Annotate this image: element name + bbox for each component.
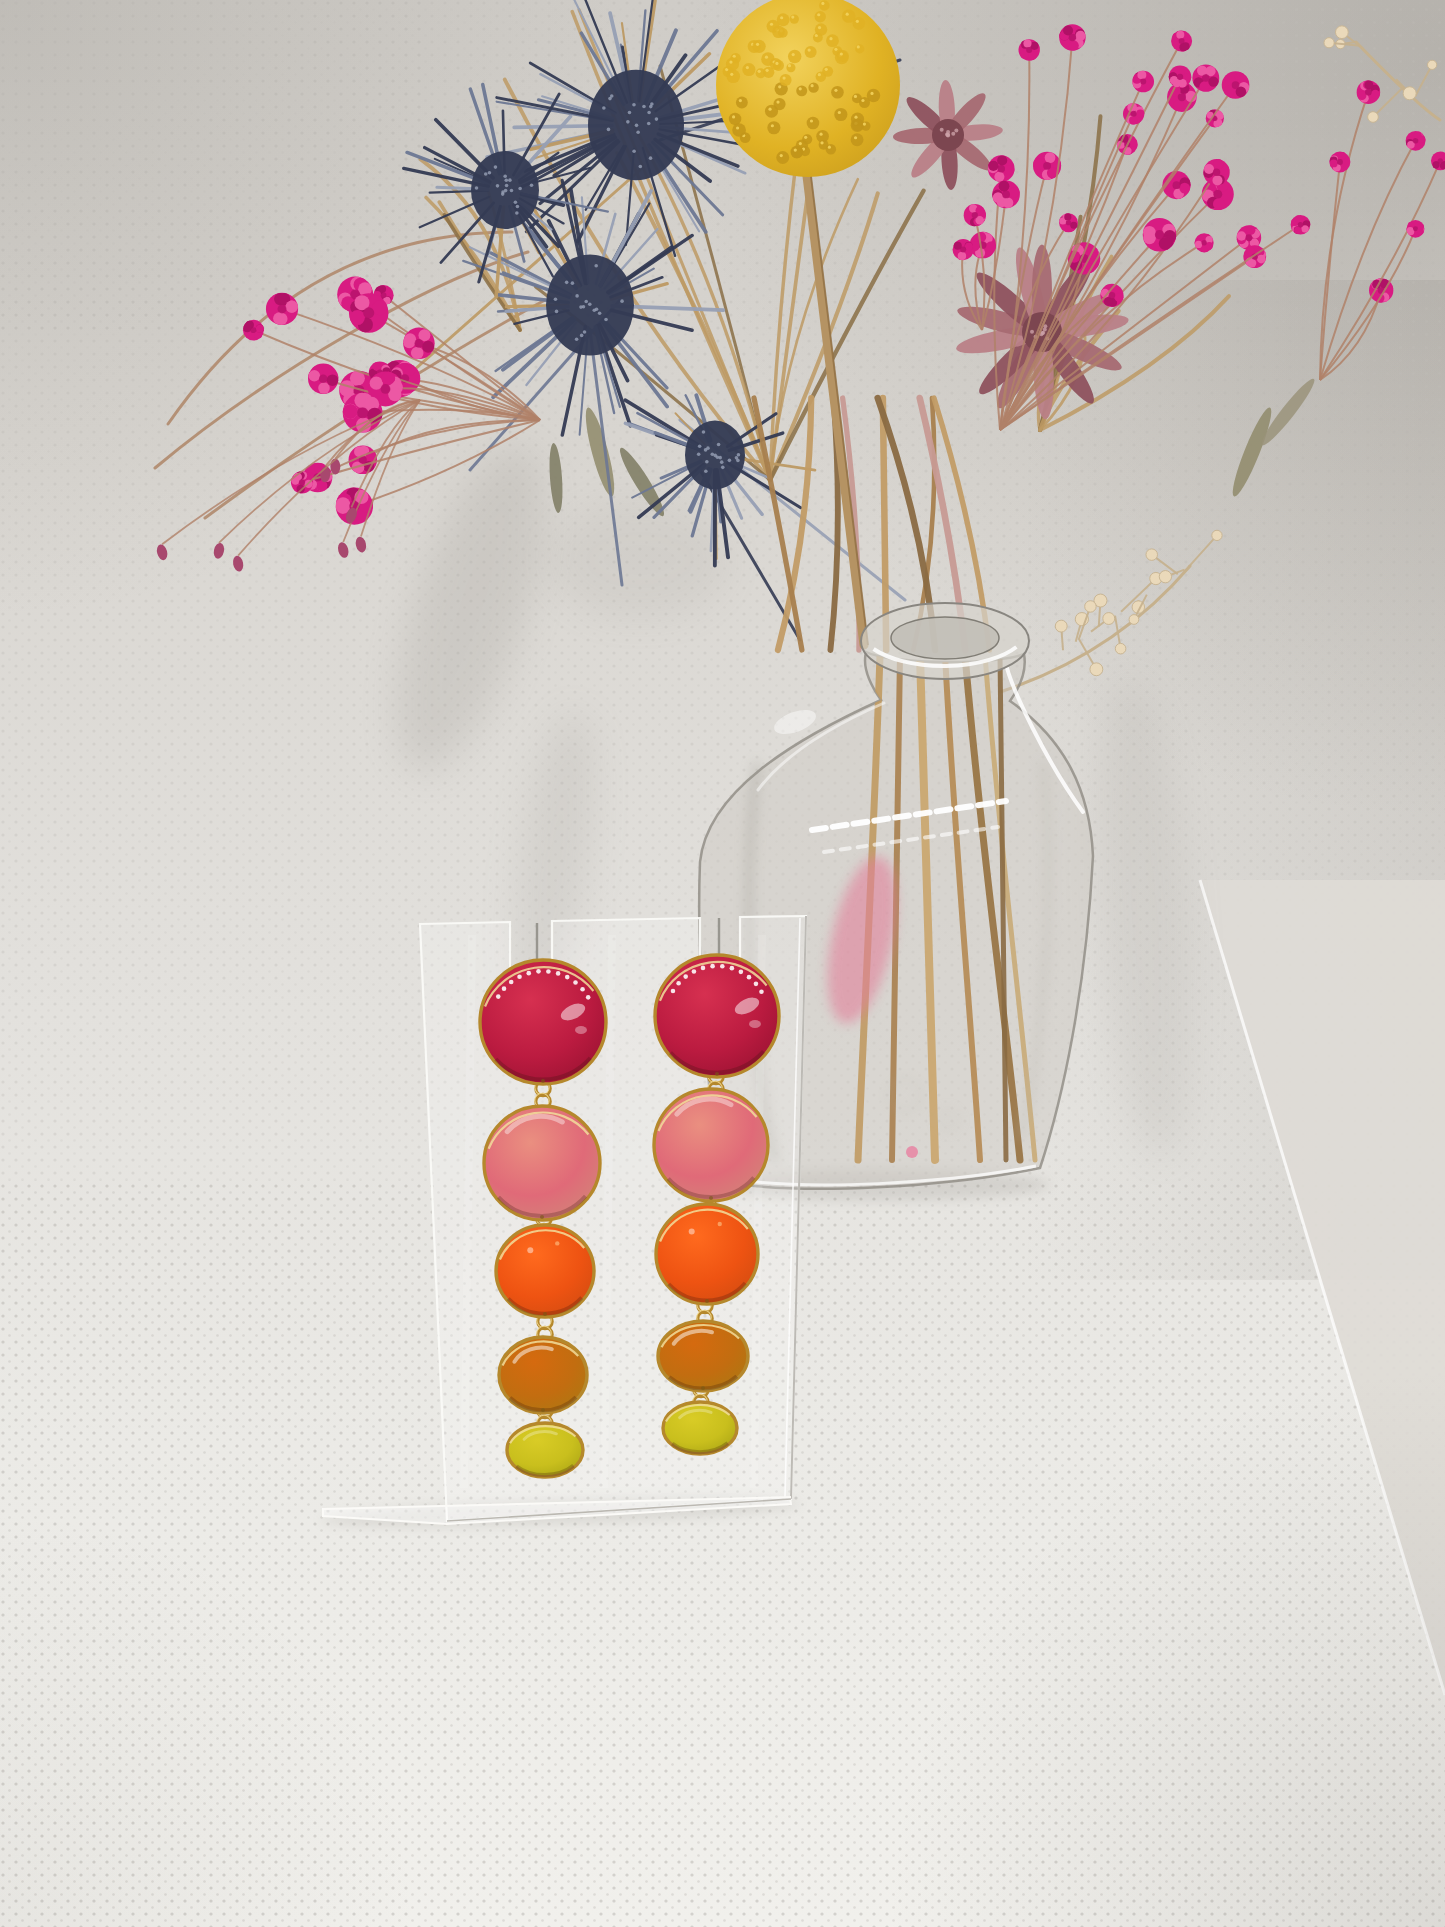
thistle-speckle bbox=[584, 300, 588, 304]
enamel-disc-chartreuse-yellow bbox=[507, 1423, 583, 1477]
gloss-dot bbox=[565, 975, 570, 980]
craspedia-floret-highlight bbox=[733, 55, 736, 58]
thistle-speckle bbox=[515, 211, 519, 215]
enamel-disc-chartreuse-yellow bbox=[663, 1402, 737, 1454]
gypsophila-center bbox=[1155, 230, 1164, 239]
thistle-speckle bbox=[504, 179, 508, 183]
gypsophila-floret bbox=[1033, 159, 1044, 170]
link-hole bbox=[705, 1299, 709, 1303]
craspedia-floret bbox=[773, 60, 784, 71]
craspedia-floret bbox=[752, 40, 765, 53]
craspedia-floret bbox=[807, 117, 820, 130]
thistle-speckle bbox=[642, 105, 646, 109]
craspedia-floret bbox=[815, 23, 827, 35]
craspedia-floret bbox=[851, 133, 864, 146]
thistle-speckle bbox=[721, 466, 725, 470]
thistle-speckle bbox=[530, 183, 534, 187]
gypsophila-center bbox=[357, 407, 368, 418]
gypsophila-center bbox=[1337, 159, 1343, 165]
thistle-speckle bbox=[508, 178, 512, 182]
gypsophila-floret bbox=[1418, 135, 1426, 143]
thistle-speckle bbox=[555, 310, 559, 314]
link-hole bbox=[541, 1079, 545, 1083]
limonium-bud bbox=[1146, 549, 1158, 561]
craspedia-floret-highlight bbox=[817, 13, 820, 16]
limonium-bud bbox=[1403, 87, 1416, 100]
gypsophila-center bbox=[1179, 38, 1185, 44]
craspedia-floret bbox=[773, 98, 785, 110]
thistle-speckle bbox=[575, 337, 579, 341]
gypsophila-floret bbox=[958, 252, 966, 260]
gypsophila-floret bbox=[1136, 109, 1144, 117]
gypsophila-floret bbox=[1004, 165, 1014, 175]
craspedia-floret bbox=[831, 86, 844, 99]
craspedia-floret bbox=[727, 70, 740, 83]
gypsophila-center bbox=[960, 247, 966, 253]
gypsophila-floret bbox=[1217, 113, 1224, 120]
craspedia-floret-highlight bbox=[834, 48, 837, 51]
mauve-speckle bbox=[1043, 327, 1047, 331]
gypsophila-center bbox=[1109, 292, 1115, 298]
thistle-speckle bbox=[516, 205, 520, 209]
craspedia-floret bbox=[786, 63, 795, 72]
craspedia-floret-highlight bbox=[856, 20, 859, 23]
thistle-speckle bbox=[580, 334, 584, 338]
gloss-dot bbox=[580, 987, 585, 992]
link-hole bbox=[543, 1312, 547, 1316]
gypsophila-center bbox=[972, 212, 978, 218]
craspedia-floret bbox=[788, 50, 801, 63]
craspedia-floret-highlight bbox=[791, 16, 794, 19]
craspedia-floret-highlight bbox=[765, 56, 768, 59]
thistle-speckle bbox=[604, 318, 608, 322]
thistle-speckle bbox=[697, 452, 701, 456]
gypsophila-floret bbox=[322, 365, 334, 377]
craspedia-floret-highlight bbox=[756, 43, 759, 46]
craspedia-floret-highlight bbox=[808, 48, 811, 51]
gloss-dot bbox=[573, 980, 578, 985]
gypsophila-floret bbox=[350, 310, 365, 325]
craspedia-floret-highlight bbox=[778, 85, 781, 88]
craspedia-floret-highlight bbox=[825, 68, 828, 71]
thistle-speckle bbox=[718, 456, 722, 460]
gypsophila-center bbox=[1201, 240, 1206, 245]
craspedia-floret-highlight bbox=[758, 70, 761, 73]
craspedia-floret-highlight bbox=[739, 99, 742, 102]
thistle-speckle bbox=[717, 443, 721, 447]
craspedia-floret-highlight bbox=[729, 61, 732, 64]
gloss-dot bbox=[759, 989, 764, 994]
mauve-speckle bbox=[954, 129, 958, 133]
gypsophila-center bbox=[251, 327, 257, 333]
gloss-dot bbox=[526, 971, 531, 976]
craspedia-floret-highlight bbox=[854, 95, 857, 98]
gloss-dot bbox=[730, 966, 735, 971]
craspedia-floret bbox=[776, 151, 789, 164]
gypsophila-center bbox=[415, 339, 424, 348]
gypsophila-floret bbox=[994, 172, 1004, 182]
enamel-disc-bright-orange bbox=[496, 1225, 594, 1317]
gypsophila-center bbox=[1202, 74, 1210, 82]
disc-body bbox=[655, 955, 779, 1077]
gypsophila-center bbox=[1438, 158, 1443, 163]
disc-body bbox=[480, 960, 606, 1084]
gypsophila-center bbox=[1213, 169, 1220, 176]
gypsophila-floret bbox=[411, 347, 423, 359]
thistle-speckle bbox=[602, 106, 606, 110]
limonium-bud bbox=[1335, 26, 1348, 39]
gypsophila-floret bbox=[1338, 152, 1346, 160]
gypsophila-floret bbox=[1173, 100, 1184, 111]
craspedia-floret-highlight bbox=[780, 154, 783, 157]
thistle-speckle bbox=[649, 156, 653, 160]
thistle-speckle bbox=[595, 307, 599, 311]
craspedia-floret bbox=[851, 113, 864, 126]
gypsophila-floret bbox=[422, 341, 434, 353]
gypsophila-center bbox=[1002, 191, 1010, 199]
pink-petal-bit bbox=[906, 1146, 918, 1158]
thistle-speckle bbox=[514, 200, 518, 204]
disc-body bbox=[484, 1106, 600, 1220]
gypsophila-center bbox=[1173, 181, 1181, 189]
thistle-speckle bbox=[496, 184, 500, 188]
gypsophila-floret bbox=[976, 232, 986, 242]
gloss-dot bbox=[718, 1222, 722, 1226]
gypsophila-floret bbox=[965, 242, 973, 250]
thistle-speckle bbox=[632, 149, 636, 153]
gypsophila-floret bbox=[404, 333, 416, 345]
mauve-speckle bbox=[940, 128, 944, 132]
craspedia-floret-highlight bbox=[821, 2, 824, 5]
craspedia-floret-highlight bbox=[799, 87, 802, 90]
gypsophila-floret bbox=[275, 313, 287, 325]
limonium-bud bbox=[1055, 620, 1067, 632]
gypsophila-floret bbox=[318, 382, 330, 394]
gloss-dot bbox=[556, 971, 561, 976]
craspedia-floret bbox=[855, 44, 864, 53]
craspedia-floret-highlight bbox=[776, 100, 779, 103]
gypsophila-floret bbox=[1364, 80, 1373, 89]
thistle-speckle bbox=[626, 120, 630, 124]
thistle-speckle bbox=[655, 117, 659, 121]
gypsophila-floret bbox=[256, 325, 264, 333]
link-hole bbox=[715, 1072, 719, 1076]
gypsophila-floret bbox=[1143, 231, 1156, 244]
thistle-speckle bbox=[505, 184, 509, 188]
thistle-speckle bbox=[639, 165, 643, 169]
craspedia-floret bbox=[796, 85, 807, 96]
craspedia-floret-highlight bbox=[834, 89, 837, 92]
link-hole bbox=[701, 1386, 705, 1390]
craspedia-floret-highlight bbox=[820, 141, 823, 144]
limonium-bud bbox=[1115, 643, 1126, 654]
craspedia-floret bbox=[819, 140, 829, 150]
gloss-dot bbox=[720, 964, 725, 969]
gypsophila-floret bbox=[1070, 222, 1077, 229]
craspedia-floret bbox=[826, 34, 839, 47]
craspedia-floret-highlight bbox=[771, 124, 774, 127]
gypsophila-floret bbox=[1009, 187, 1019, 197]
thistle-speckle bbox=[706, 446, 710, 450]
craspedia-floret bbox=[790, 146, 803, 159]
thistle-speckle bbox=[635, 124, 639, 128]
craspedia-floret-highlight bbox=[854, 136, 857, 139]
gypsophila-floret bbox=[1295, 215, 1302, 222]
thistle-speckle bbox=[632, 103, 636, 107]
gloss-dot bbox=[671, 989, 676, 994]
thistle-speckle bbox=[598, 311, 602, 315]
craspedia-floret-highlight bbox=[838, 111, 841, 114]
craspedia-floret-highlight bbox=[782, 76, 785, 79]
craspedia-floret bbox=[815, 11, 826, 22]
product-photo-scene bbox=[0, 0, 1445, 1927]
thistle-speckle bbox=[554, 297, 558, 301]
gloss-dot bbox=[692, 969, 697, 974]
gloss-dot bbox=[710, 964, 715, 969]
thistle-speckle bbox=[607, 128, 611, 132]
limonium-bud bbox=[1324, 38, 1334, 48]
gypsophila-floret bbox=[343, 404, 358, 419]
gloss-blob bbox=[575, 1026, 587, 1034]
gypsophila-floret bbox=[373, 362, 381, 370]
thistle-speckle bbox=[488, 171, 492, 175]
thistle-speckle bbox=[608, 97, 612, 101]
thistle-speckle bbox=[710, 452, 714, 456]
thistle-speckle bbox=[705, 460, 709, 464]
gloss-dot bbox=[527, 1247, 533, 1253]
thistle-speckle bbox=[588, 302, 592, 306]
gypsophila-floret bbox=[327, 374, 339, 386]
gypsophila-floret bbox=[1246, 226, 1255, 235]
craspedia-floret bbox=[790, 14, 799, 23]
enamel-disc-burnt-amber bbox=[499, 1337, 587, 1413]
gloss-dot bbox=[689, 1229, 695, 1235]
gypsophila-floret bbox=[986, 242, 996, 252]
craspedia-floret-highlight bbox=[766, 69, 769, 72]
craspedia-floret bbox=[819, 0, 829, 10]
thistle-speckle bbox=[494, 165, 498, 169]
link-hole bbox=[709, 1196, 713, 1200]
gypsophila-center bbox=[1213, 190, 1222, 199]
thistle-speckle bbox=[565, 281, 569, 285]
gypsophila-floret bbox=[1237, 231, 1246, 240]
thistle-speckle bbox=[510, 189, 514, 193]
disc-body bbox=[654, 1089, 768, 1201]
gypsophila-floret bbox=[1371, 90, 1380, 99]
limonium-bud bbox=[1085, 601, 1096, 612]
gypsophila-center bbox=[1066, 220, 1071, 225]
craspedia-floret-highlight bbox=[854, 116, 857, 119]
gypsophila-floret bbox=[1417, 223, 1424, 230]
gypsophila-center bbox=[381, 384, 391, 394]
gypsophila-center bbox=[998, 165, 1005, 172]
craspedia-floret bbox=[756, 68, 766, 78]
enamel-disc-burnt-amber bbox=[658, 1321, 748, 1391]
gypsophila-center bbox=[1365, 89, 1372, 96]
craspedia-floret-highlight bbox=[818, 26, 821, 29]
gloss-dot bbox=[517, 974, 522, 979]
thistle-speckle bbox=[575, 294, 579, 298]
gloss-dot bbox=[747, 975, 752, 980]
gloss-dot bbox=[683, 974, 688, 979]
thistle-speckle bbox=[501, 190, 505, 194]
thistle-speckle bbox=[650, 102, 654, 106]
gypsophila-center bbox=[1131, 111, 1137, 117]
gypsophila-floret bbox=[1199, 81, 1209, 91]
gloss-dot bbox=[496, 994, 501, 999]
gloss-dot bbox=[586, 995, 591, 1000]
gypsophila-floret bbox=[1045, 152, 1056, 163]
gypsophila-floret bbox=[1407, 227, 1414, 234]
gypsophila-floret bbox=[1064, 213, 1071, 220]
gypsophila-floret bbox=[1204, 164, 1214, 174]
craspedia-floret-highlight bbox=[788, 64, 791, 67]
gypsophila-floret bbox=[988, 161, 998, 171]
thistle-speckle bbox=[728, 459, 732, 463]
gypsophila-floret bbox=[1212, 175, 1222, 185]
gloss-dot bbox=[754, 982, 759, 987]
thistle-speckle bbox=[720, 460, 724, 464]
craspedia-floret-highlight bbox=[794, 148, 797, 151]
craspedia-floret-highlight bbox=[840, 52, 843, 55]
mauve-speckle bbox=[945, 133, 949, 137]
thistle-speckle bbox=[503, 174, 507, 178]
gloss-dot bbox=[701, 966, 706, 971]
thistle-speckle bbox=[571, 281, 575, 285]
gypsophila-center bbox=[319, 374, 327, 382]
gypsophila-floret bbox=[1257, 255, 1266, 264]
craspedia-floret bbox=[736, 97, 748, 109]
craspedia-floret bbox=[834, 108, 847, 121]
craspedia-floret bbox=[808, 82, 818, 92]
gypsophila-center bbox=[278, 304, 287, 313]
gypsophila-center bbox=[381, 292, 387, 298]
thistle-speckle bbox=[579, 305, 583, 309]
gypsophila-center bbox=[1177, 74, 1183, 80]
gypsophila-floret bbox=[1114, 293, 1123, 302]
limonium-bud bbox=[1427, 60, 1436, 69]
thistle-speckle bbox=[518, 187, 522, 191]
gypsophila-floret bbox=[1330, 159, 1338, 167]
limonium-bud bbox=[1368, 112, 1379, 123]
craspedia-floret-highlight bbox=[870, 92, 873, 95]
gypsophila-center bbox=[1140, 79, 1146, 85]
gypsophila-floret bbox=[286, 300, 298, 312]
limonium-bud bbox=[1159, 571, 1171, 583]
gypsophila-floret bbox=[1195, 241, 1202, 248]
craspedia-floret bbox=[780, 74, 792, 86]
gloss-dot bbox=[546, 969, 551, 974]
gypsophila-floret bbox=[1213, 159, 1223, 169]
thistle-speckle bbox=[484, 172, 488, 176]
mauve-speckle bbox=[1030, 330, 1034, 334]
craspedia-floret-highlight bbox=[730, 73, 733, 76]
gloss-dot bbox=[509, 980, 514, 985]
craspedia-floret-highlight bbox=[846, 13, 849, 16]
gypsophila-floret bbox=[1129, 116, 1137, 124]
gypsophila-center bbox=[1069, 34, 1076, 41]
craspedia-floret bbox=[853, 17, 866, 30]
gypsophila-center bbox=[1026, 47, 1032, 53]
gypsophila-floret bbox=[372, 300, 387, 315]
enamel-disc-coral-pink bbox=[654, 1089, 768, 1201]
gypsophila-center bbox=[1298, 222, 1304, 228]
gloss-blob bbox=[749, 1020, 761, 1028]
craspedia-floret bbox=[767, 20, 780, 33]
craspedia-floret-highlight bbox=[736, 126, 739, 129]
limonium-bud bbox=[1212, 530, 1222, 540]
gypsophila-floret bbox=[1208, 76, 1218, 86]
craspedia-floret bbox=[805, 46, 817, 58]
craspedia-floret-highlight bbox=[818, 73, 821, 76]
craspedia-floret-highlight bbox=[799, 142, 802, 145]
gypsophila-center bbox=[1413, 226, 1418, 231]
gypsophila-floret bbox=[997, 155, 1007, 165]
craspedia-floret bbox=[859, 97, 870, 108]
craspedia-floret-highlight bbox=[861, 99, 864, 102]
gypsophila-floret bbox=[1358, 91, 1367, 100]
thistle-speckle bbox=[736, 459, 740, 463]
craspedia-floret-highlight bbox=[863, 123, 866, 126]
craspedia-floret-highlight bbox=[732, 115, 735, 118]
thistle-speckle bbox=[636, 130, 640, 134]
thistle-speckle bbox=[583, 330, 587, 334]
limonium-bud bbox=[1090, 663, 1103, 676]
enamel-disc-bright-orange bbox=[656, 1204, 758, 1304]
craspedia-floret-highlight bbox=[811, 84, 814, 87]
bottle-rim-opening bbox=[891, 617, 999, 659]
photo-canvas bbox=[0, 0, 1445, 1927]
thistle-speckle bbox=[647, 111, 651, 115]
craspedia-floret-highlight bbox=[780, 16, 783, 19]
craspedia-floret bbox=[816, 71, 826, 81]
gypsophila-floret bbox=[999, 181, 1009, 191]
craspedia-floret-highlight bbox=[792, 53, 795, 56]
thistle-speckle bbox=[475, 186, 479, 190]
thistle-speckle bbox=[647, 122, 651, 126]
enamel-disc-coral-pink bbox=[484, 1106, 600, 1220]
craspedia-floret bbox=[742, 63, 755, 76]
craspedia-floret bbox=[726, 58, 739, 71]
craspedia-floret-highlight bbox=[768, 108, 771, 111]
limonium-bud bbox=[1129, 615, 1139, 625]
craspedia-floret-highlight bbox=[746, 66, 749, 69]
limonium-bud bbox=[1103, 613, 1115, 625]
gypsophila-center bbox=[1043, 162, 1051, 170]
gypsophila-center bbox=[1245, 234, 1252, 241]
gypsophila-floret bbox=[336, 497, 350, 511]
gypsophila-center bbox=[363, 307, 374, 318]
craspedia-floret bbox=[732, 123, 746, 137]
enamel-disc-crimson-red bbox=[655, 955, 779, 1077]
gypsophila-floret bbox=[1023, 39, 1031, 47]
link-hole bbox=[541, 1408, 545, 1412]
thistle-speckle bbox=[737, 453, 741, 457]
craspedia-floret-highlight bbox=[857, 45, 860, 48]
enamel-disc-crimson-red bbox=[480, 960, 606, 1084]
craspedia-floret-highlight bbox=[829, 37, 832, 40]
craspedia-floret bbox=[837, 50, 849, 62]
gypsophila-center bbox=[1232, 81, 1240, 89]
craspedia-floret-highlight bbox=[770, 23, 773, 26]
gypsophila-floret bbox=[1213, 198, 1225, 210]
thistle-speckle bbox=[620, 299, 624, 303]
thistle-speckle bbox=[628, 111, 632, 115]
craspedia-floret-highlight bbox=[819, 133, 822, 136]
thistle-speckle bbox=[698, 445, 702, 449]
gloss-dot bbox=[555, 1241, 559, 1245]
flower-stalk bbox=[883, 398, 886, 650]
